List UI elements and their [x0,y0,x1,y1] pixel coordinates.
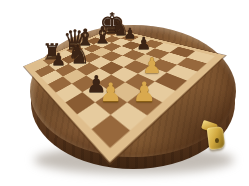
brass-latch [198,118,234,158]
latch-hole [215,138,219,143]
product-photo: ♜♛♝♚♟♝♞♞♟♟♟♟♟♟ [0,0,249,186]
